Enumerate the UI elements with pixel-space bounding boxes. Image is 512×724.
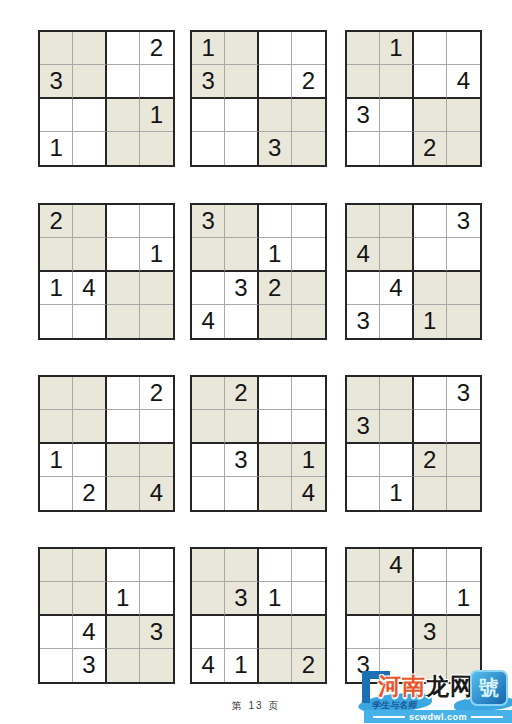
cell-r4c3 [107,132,140,165]
cell-r3c2 [73,99,106,132]
cell-r1c3 [107,32,140,65]
cell-r2c2: 3 [225,582,258,615]
cell-r1c4: 3 [447,205,480,238]
cell-r2c2 [380,410,413,443]
cell-r4c4: 4 [140,477,173,510]
cell-r2c2 [73,65,106,98]
cell-r3c3 [414,99,447,132]
cell-r1c3 [259,205,292,238]
cell-r4c3 [259,477,292,510]
cell-r1c2 [73,205,106,238]
cell-r4c4 [447,305,480,338]
cell-r3c3 [107,444,140,477]
cell-r2c3 [414,410,447,443]
cell-r3c4 [447,444,480,477]
cell-r1c4 [447,549,480,582]
sudoku-puzzle-4: 2114 [38,203,175,340]
cell-r2c3 [414,582,447,615]
cell-r2c2 [380,582,413,615]
cell-r1c4 [140,205,173,238]
cell-r1c1: 2 [40,205,73,238]
worksheet-page: 2311 1323 1432 2114 31324 34431 2124 231… [0,0,512,724]
cell-r1c2 [225,32,258,65]
cell-r3c4 [140,444,173,477]
cell-r2c3 [107,238,140,271]
cell-r4c2: 1 [225,649,258,682]
cell-r1c1 [192,549,225,582]
cell-r3c3 [107,616,140,649]
cell-r1c1 [40,377,73,410]
cell-r3c2: 3 [225,444,258,477]
cell-r1c4 [292,549,325,582]
cell-r1c1 [192,377,225,410]
cell-r3c3: 2 [259,272,292,305]
cell-r3c1: 1 [40,444,73,477]
cell-r4c3 [107,305,140,338]
cell-r2c2 [225,65,258,98]
cell-r4c2: 3 [73,649,106,682]
cell-r4c4: 4 [292,477,325,510]
cell-r2c3: 1 [107,582,140,615]
cell-r2c1: 3 [40,65,73,98]
cell-r1c4 [292,205,325,238]
cell-r4c2: 1 [380,477,413,510]
cell-r3c2 [73,444,106,477]
watermark-bracket-icon [362,671,370,703]
cell-r4c2 [380,132,413,165]
cell-r1c4 [447,32,480,65]
cell-r4c1 [40,477,73,510]
cell-r4c4 [292,132,325,165]
watermark-seal-icon: 號 [470,670,508,706]
cell-r1c3 [107,377,140,410]
cell-r3c3 [259,444,292,477]
watermark-url-band: scwdwl.com [364,710,512,723]
cell-r2c3 [107,65,140,98]
cell-r2c3 [259,410,292,443]
cell-r3c2: 4 [73,272,106,305]
cell-r3c2 [225,616,258,649]
cell-r1c2 [225,549,258,582]
cell-r4c1 [192,132,225,165]
cell-r4c1 [192,477,225,510]
cell-r2c1: 4 [347,238,380,271]
cell-r2c4: 2 [292,65,325,98]
cell-r1c2 [380,377,413,410]
cell-r1c1 [40,32,73,65]
watermark-brand-second: 龙网 [426,673,474,699]
cell-r1c4 [140,549,173,582]
cell-r4c3: 2 [414,132,447,165]
cell-r3c4 [140,272,173,305]
cell-r2c3 [259,65,292,98]
sudoku-puzzle-2: 1323 [190,30,327,167]
cell-r2c1 [40,238,73,271]
sudoku-puzzle-1: 2311 [38,30,175,167]
cell-r4c2: 2 [73,477,106,510]
cell-r4c1 [40,649,73,682]
cell-r2c4 [292,582,325,615]
cell-r1c4: 3 [447,377,480,410]
cell-r4c4 [140,132,173,165]
cell-r3c3 [107,99,140,132]
watermark-divider-line [471,716,503,718]
cell-r4c2 [73,132,106,165]
cell-r3c2: 4 [73,616,106,649]
cell-r1c3 [259,32,292,65]
cell-r2c4 [292,238,325,271]
cell-r2c2 [380,65,413,98]
cell-r4c3: 3 [259,132,292,165]
cell-r3c4 [292,99,325,132]
cell-r2c1 [40,410,73,443]
cell-r1c2 [380,205,413,238]
cell-r2c4 [140,410,173,443]
cell-r3c1: 1 [40,272,73,305]
watermark-brand-first: 河南 [378,673,426,699]
cell-r3c1 [347,272,380,305]
cell-r1c1: 1 [192,32,225,65]
cell-r2c3 [414,238,447,271]
sudoku-puzzle-6: 34431 [345,203,482,340]
sudoku-puzzle-11: 31412 [190,547,327,684]
cell-r2c2 [225,410,258,443]
cell-r4c4 [140,649,173,682]
cell-r2c2 [73,410,106,443]
cell-r4c1: 1 [40,132,73,165]
cell-r4c1: 4 [192,305,225,338]
cell-r4c3: 1 [414,305,447,338]
cell-r3c1 [192,616,225,649]
cell-r4c3 [259,305,292,338]
cell-r4c4 [447,477,480,510]
cell-r4c1 [40,305,73,338]
cell-r2c1 [347,65,380,98]
cell-r2c4 [140,65,173,98]
cell-r4c4: 2 [292,649,325,682]
cell-r1c3 [414,377,447,410]
cell-r1c2: 2 [225,377,258,410]
cell-r1c3 [414,205,447,238]
sudoku-puzzle-5: 31324 [190,203,327,340]
watermark-seal-char: 號 [479,675,499,702]
cell-r1c3 [107,549,140,582]
cell-r4c3 [259,649,292,682]
cell-r3c3: 2 [414,444,447,477]
cell-r2c1 [40,582,73,615]
cell-r3c4: 1 [292,444,325,477]
cell-r3c3: 3 [414,616,447,649]
cell-r1c3 [259,549,292,582]
cell-r3c1 [192,444,225,477]
cell-r4c1 [347,132,380,165]
cell-r3c2: 3 [225,272,258,305]
cell-r3c3 [107,272,140,305]
watermark-url: scwdwl.com [409,712,467,722]
cell-r1c3 [259,377,292,410]
watermark-divider-line [373,716,405,718]
cell-r1c2 [73,549,106,582]
cell-r2c2 [73,582,106,615]
cell-r2c2 [380,238,413,271]
cell-r3c1 [192,272,225,305]
cell-r2c3 [414,65,447,98]
cell-r2c3: 1 [259,238,292,271]
sudoku-puzzle-8: 2314 [190,375,327,512]
cell-r1c3 [107,205,140,238]
sudoku-puzzle-10: 1433 [38,547,175,684]
cell-r1c1: 3 [192,205,225,238]
cell-r3c2 [380,99,413,132]
sudoku-puzzle-7: 2124 [38,375,175,512]
cell-r1c4: 2 [140,377,173,410]
cell-r2c4 [447,410,480,443]
page-number-text: 第 13 页 [232,700,281,711]
cell-r3c1: 3 [347,99,380,132]
cell-r4c4 [140,305,173,338]
cell-r1c3 [414,32,447,65]
cell-r2c4: 1 [447,582,480,615]
watermark-brand: 河南龙网 [378,671,474,702]
sudoku-puzzle-9: 3321 [345,375,482,512]
cell-r1c2 [225,205,258,238]
cell-r3c3 [259,616,292,649]
cell-r3c4 [447,616,480,649]
cell-r4c3 [414,477,447,510]
cell-r4c2 [225,132,258,165]
cell-r2c1 [192,238,225,271]
cell-r1c1 [347,549,380,582]
cell-r4c1 [347,477,380,510]
cell-r1c4 [292,32,325,65]
cell-r4c1: 3 [347,305,380,338]
cell-r2c3: 1 [259,582,292,615]
cell-r2c4 [140,582,173,615]
cell-r2c4 [292,410,325,443]
cell-r2c1 [347,582,380,615]
cell-r2c4: 4 [447,65,480,98]
cell-r3c1 [192,99,225,132]
cell-r3c1 [347,444,380,477]
site-watermark: 河南龙网 號 学生与名师 scwdwl.com [360,666,512,724]
cell-r3c1 [347,616,380,649]
cell-r2c2 [225,238,258,271]
cell-r2c4: 1 [140,238,173,271]
cell-r1c1 [347,32,380,65]
cell-r4c3 [107,477,140,510]
cell-r3c2 [225,99,258,132]
cell-r1c4: 2 [140,32,173,65]
cell-r4c4 [447,132,480,165]
cell-r4c2 [225,477,258,510]
cell-r3c3 [414,272,447,305]
cell-r2c4 [447,238,480,271]
cell-r3c4: 1 [140,99,173,132]
cell-r1c2: 4 [380,549,413,582]
cell-r4c2 [380,305,413,338]
cell-r1c1 [40,549,73,582]
cell-r3c4 [447,99,480,132]
cell-r4c2 [225,305,258,338]
cell-r2c1 [192,582,225,615]
cell-r1c2: 1 [380,32,413,65]
cell-r3c4 [292,272,325,305]
cell-r3c2 [380,616,413,649]
cell-r3c1 [40,616,73,649]
cell-r3c2: 4 [380,272,413,305]
cell-r1c2 [73,32,106,65]
cell-r3c4 [447,272,480,305]
cell-r1c4 [292,377,325,410]
cell-r1c1 [347,377,380,410]
cell-r2c1: 3 [192,65,225,98]
cell-r2c3 [107,410,140,443]
cell-r1c1 [347,205,380,238]
cell-r3c2 [380,444,413,477]
sudoku-puzzle-12: 4133 [345,547,482,684]
cell-r4c2 [73,305,106,338]
cell-r3c4: 3 [140,616,173,649]
cell-r3c4 [292,616,325,649]
cell-r4c1: 4 [192,649,225,682]
cell-r4c4 [292,305,325,338]
cell-r1c3 [414,549,447,582]
cell-r1c2 [73,377,106,410]
sudoku-puzzle-3: 1432 [345,30,482,167]
cell-r2c1 [192,410,225,443]
cell-r2c2 [73,238,106,271]
cell-r4c3 [107,649,140,682]
cell-r2c1: 3 [347,410,380,443]
cell-r3c1 [40,99,73,132]
cell-r3c3 [259,99,292,132]
